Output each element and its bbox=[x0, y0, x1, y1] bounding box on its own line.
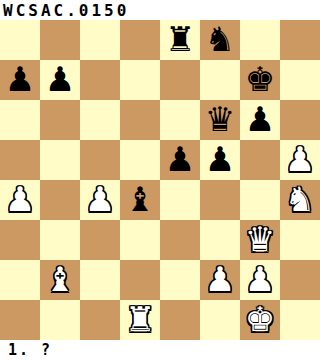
square-b8[interactable] bbox=[40, 20, 80, 60]
square-d5[interactable] bbox=[120, 140, 160, 180]
square-c8[interactable] bbox=[80, 20, 120, 60]
square-f3[interactable] bbox=[200, 220, 240, 260]
square-h6[interactable] bbox=[280, 100, 320, 140]
black-knight: ♞ bbox=[205, 20, 235, 59]
square-f1[interactable] bbox=[200, 300, 240, 340]
square-e1[interactable] bbox=[160, 300, 200, 340]
square-a1[interactable] bbox=[0, 300, 40, 340]
black-rook: ♜ bbox=[165, 20, 195, 59]
square-h1[interactable] bbox=[280, 300, 320, 340]
white-pawn: ♟ bbox=[245, 260, 275, 299]
square-c6[interactable] bbox=[80, 100, 120, 140]
square-b2[interactable]: ♝ bbox=[40, 260, 80, 300]
square-a8[interactable] bbox=[0, 20, 40, 60]
square-d4[interactable]: ♝ bbox=[120, 180, 160, 220]
square-c5[interactable] bbox=[80, 140, 120, 180]
white-king: ♚ bbox=[245, 300, 275, 339]
white-rook: ♜ bbox=[125, 300, 155, 339]
square-d2[interactable] bbox=[120, 260, 160, 300]
square-g6[interactable]: ♟ bbox=[240, 100, 280, 140]
black-king: ♚ bbox=[245, 60, 275, 99]
chess-board: ♜♞♟♟♚♛♟♟♟♟♟♟♝♞♛♝♟♟♜♚ bbox=[0, 20, 320, 340]
square-h7[interactable] bbox=[280, 60, 320, 100]
black-pawn: ♟ bbox=[205, 140, 235, 179]
square-b6[interactable] bbox=[40, 100, 80, 140]
square-h2[interactable] bbox=[280, 260, 320, 300]
square-d1[interactable]: ♜ bbox=[120, 300, 160, 340]
square-e2[interactable] bbox=[160, 260, 200, 300]
square-h3[interactable] bbox=[280, 220, 320, 260]
square-g7[interactable]: ♚ bbox=[240, 60, 280, 100]
square-f4[interactable] bbox=[200, 180, 240, 220]
square-b5[interactable] bbox=[40, 140, 80, 180]
black-queen: ♛ bbox=[205, 100, 235, 139]
square-c7[interactable] bbox=[80, 60, 120, 100]
move-prompt: 1. ? bbox=[0, 341, 52, 359]
square-c2[interactable] bbox=[80, 260, 120, 300]
square-b4[interactable] bbox=[40, 180, 80, 220]
window-title: WCSAC.0150 bbox=[0, 1, 129, 20]
white-pawn: ♟ bbox=[5, 180, 35, 219]
square-a6[interactable] bbox=[0, 100, 40, 140]
square-f5[interactable]: ♟ bbox=[200, 140, 240, 180]
square-c4[interactable]: ♟ bbox=[80, 180, 120, 220]
white-bishop: ♝ bbox=[45, 260, 75, 299]
square-d6[interactable] bbox=[120, 100, 160, 140]
square-g8[interactable] bbox=[240, 20, 280, 60]
footer-bar: 1. ? bbox=[0, 340, 320, 360]
square-f8[interactable]: ♞ bbox=[200, 20, 240, 60]
square-g5[interactable] bbox=[240, 140, 280, 180]
square-a2[interactable] bbox=[0, 260, 40, 300]
square-b3[interactable] bbox=[40, 220, 80, 260]
square-d8[interactable] bbox=[120, 20, 160, 60]
square-c1[interactable] bbox=[80, 300, 120, 340]
black-pawn: ♟ bbox=[45, 60, 75, 99]
square-e8[interactable]: ♜ bbox=[160, 20, 200, 60]
square-e4[interactable] bbox=[160, 180, 200, 220]
square-a5[interactable] bbox=[0, 140, 40, 180]
square-b7[interactable]: ♟ bbox=[40, 60, 80, 100]
square-h8[interactable] bbox=[280, 20, 320, 60]
black-pawn: ♟ bbox=[245, 100, 275, 139]
square-h5[interactable]: ♟ bbox=[280, 140, 320, 180]
white-pawn: ♟ bbox=[85, 180, 115, 219]
black-pawn: ♟ bbox=[5, 60, 35, 99]
white-queen: ♛ bbox=[245, 220, 275, 259]
square-e7[interactable] bbox=[160, 60, 200, 100]
black-pawn: ♟ bbox=[165, 140, 195, 179]
square-g2[interactable]: ♟ bbox=[240, 260, 280, 300]
white-pawn: ♟ bbox=[205, 260, 235, 299]
square-d7[interactable] bbox=[120, 60, 160, 100]
title-bar: WCSAC.0150 bbox=[0, 0, 320, 20]
square-a4[interactable]: ♟ bbox=[0, 180, 40, 220]
square-d3[interactable] bbox=[120, 220, 160, 260]
square-e5[interactable]: ♟ bbox=[160, 140, 200, 180]
black-bishop: ♝ bbox=[125, 180, 155, 219]
square-e3[interactable] bbox=[160, 220, 200, 260]
square-h4[interactable]: ♞ bbox=[280, 180, 320, 220]
square-g1[interactable]: ♚ bbox=[240, 300, 280, 340]
white-pawn: ♟ bbox=[285, 140, 315, 179]
square-c3[interactable] bbox=[80, 220, 120, 260]
square-g3[interactable]: ♛ bbox=[240, 220, 280, 260]
square-b1[interactable] bbox=[40, 300, 80, 340]
chess-app-window: WCSAC.0150 ♜♞♟♟♚♛♟♟♟♟♟♟♝♞♛♝♟♟♜♚ 1. ? bbox=[0, 0, 320, 360]
square-a3[interactable] bbox=[0, 220, 40, 260]
square-f2[interactable]: ♟ bbox=[200, 260, 240, 300]
white-knight: ♞ bbox=[285, 180, 315, 219]
square-f6[interactable]: ♛ bbox=[200, 100, 240, 140]
square-a7[interactable]: ♟ bbox=[0, 60, 40, 100]
square-e6[interactable] bbox=[160, 100, 200, 140]
square-g4[interactable] bbox=[240, 180, 280, 220]
square-f7[interactable] bbox=[200, 60, 240, 100]
